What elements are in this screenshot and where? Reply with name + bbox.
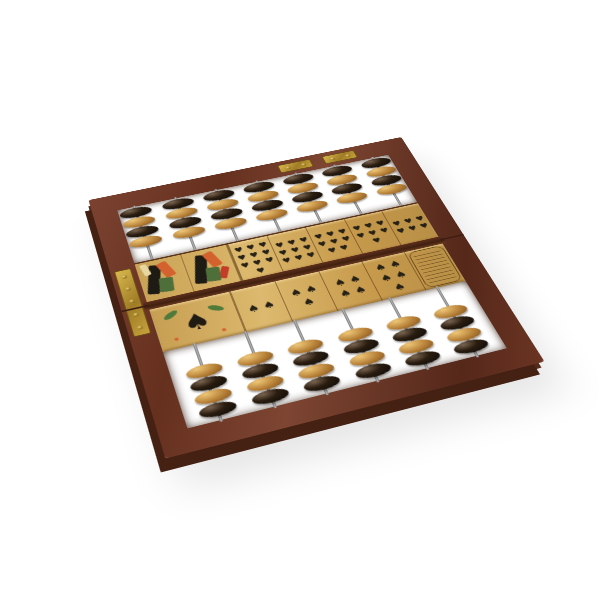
screw-icon bbox=[133, 312, 139, 317]
heart-pip-icon: ♥ bbox=[255, 266, 267, 275]
heart-pip-icon: ♥ bbox=[340, 234, 352, 243]
bead-stack bbox=[184, 361, 238, 421]
heart-pip-icon: ♥ bbox=[418, 221, 430, 229]
spade-pip-icon: ♠ bbox=[337, 287, 353, 300]
bead-stack bbox=[242, 180, 289, 223]
heart-pip-icon: ♥ bbox=[378, 226, 390, 234]
screw-icon bbox=[285, 166, 291, 170]
screw-icon bbox=[344, 154, 350, 157]
heart-pip-icon: ♥ bbox=[281, 256, 293, 265]
score-counter-device: ♥♥♥♥♥♥♥♥♥♥♥♥♥♥♥♥♥♥♥♥♥♥♥♥♥♥♥♥♥♥♥♥♥♥♥♥♥♥♥♥… bbox=[88, 137, 544, 459]
heart-pip-icon: ♥ bbox=[326, 246, 338, 255]
heart-pip-icon: ♥ bbox=[395, 226, 407, 234]
ace-spade-icon: ♠ bbox=[179, 306, 215, 337]
bead-stack bbox=[119, 205, 164, 250]
bead-stack bbox=[282, 172, 330, 214]
bead-stack bbox=[432, 302, 492, 356]
heart-pip-icon: ♥ bbox=[355, 231, 367, 240]
spade-pip-icon: ♠ bbox=[301, 295, 317, 308]
spade-pip-icon: ♠ bbox=[352, 283, 368, 296]
heart-pip-icon: ♥ bbox=[305, 250, 317, 259]
screw-icon bbox=[129, 299, 135, 304]
ornament-dot bbox=[174, 337, 179, 341]
white-background: ♥♥♥♥♥♥♥♥♥♥♥♥♥♥♥♥♥♥♥♥♥♥♥♥♥♥♥♥♥♥♥♥♥♥♥♥♥♥♥♥… bbox=[0, 0, 600, 600]
bead-stack bbox=[336, 325, 394, 381]
bead-stack bbox=[384, 314, 443, 369]
figure-stroke bbox=[158, 277, 174, 292]
heart-pip-icon: ♥ bbox=[338, 243, 350, 252]
spade-pip-icon: ♠ bbox=[261, 298, 277, 311]
ornament-dot bbox=[222, 328, 227, 332]
figure-stroke bbox=[205, 266, 221, 281]
frame-fold-split bbox=[440, 234, 464, 240]
screw-icon bbox=[121, 275, 127, 279]
spade-pip-icon: ♠ bbox=[303, 282, 319, 295]
frame-inner: ♥♥♥♥♥♥♥♥♥♥♥♥♥♥♥♥♥♥♥♥♥♥♥♥♥♥♥♥♥♥♥♥♥♥♥♥♥♥♥♥… bbox=[117, 155, 507, 429]
spade-pip-icon: ♠ bbox=[393, 268, 409, 280]
leaf-flourish-icon bbox=[207, 304, 225, 311]
heart-pip-icon: ♥ bbox=[293, 253, 305, 262]
screw-icon bbox=[137, 325, 143, 330]
bead-stack bbox=[359, 156, 409, 197]
bead-stack bbox=[202, 188, 249, 231]
heart-pip-icon: ♥ bbox=[406, 224, 418, 232]
screw-icon bbox=[329, 157, 335, 161]
bead-stack bbox=[161, 196, 207, 240]
spade-pip-icon: ♠ bbox=[245, 302, 261, 315]
heart-pip-icon: ♥ bbox=[371, 236, 383, 245]
screw-icon bbox=[300, 163, 306, 167]
leaf-flourish-icon bbox=[162, 309, 179, 321]
bead-stack bbox=[321, 164, 370, 205]
heart-pip-icon: ♥ bbox=[264, 255, 276, 264]
bead-stack bbox=[236, 349, 291, 407]
heart-pip-icon: ♥ bbox=[239, 260, 251, 269]
spade-pip-icon: ♠ bbox=[391, 280, 408, 293]
bead-stack bbox=[286, 337, 342, 394]
screw-icon bbox=[125, 287, 131, 291]
